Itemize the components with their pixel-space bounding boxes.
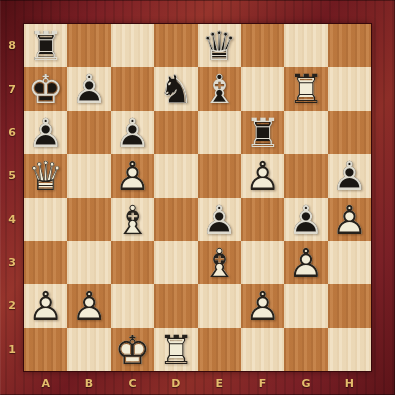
white-pawn-outline: ♙ [111,154,154,197]
piece-white-pawn-g3[interactable]: ♟♙ [284,241,327,284]
piece-black-rook-f6[interactable]: ♜♖ [241,111,284,154]
black-knight-outline: ♘ [154,67,197,110]
white-pawn-silhouette: ♟ [111,154,154,197]
square-e2[interactable] [198,284,241,327]
piece-white-pawn-b2[interactable]: ♟♙ [67,284,110,327]
square-a1[interactable] [24,328,67,371]
square-a3[interactable] [24,241,67,284]
rank-label-2: 2 [0,284,24,327]
piece-white-rook-d1[interactable]: ♜♖ [154,328,197,371]
piece-black-pawn-b7[interactable]: ♟♙ [67,67,110,110]
white-pawn-outline: ♙ [241,154,284,197]
piece-white-bishop-c4[interactable]: ♝♗ [111,198,154,241]
white-pawn-outline: ♙ [67,284,110,327]
file-label-c: C [111,371,154,395]
piece-white-rook-g7[interactable]: ♜♖ [284,67,327,110]
piece-black-pawn-a6[interactable]: ♟♙ [24,111,67,154]
black-rook-silhouette: ♜ [241,111,284,154]
black-queen-silhouette: ♛ [198,24,241,67]
piece-black-queen-e8[interactable]: ♛♕ [198,24,241,67]
square-g8[interactable] [284,24,327,67]
file-label-g: G [284,371,327,395]
rank-label-1: 1 [0,328,24,371]
square-d6[interactable] [154,111,197,154]
white-bishop-silhouette: ♝ [198,241,241,284]
white-pawn-outline: ♙ [284,241,327,284]
rank-label-6: 6 [0,111,24,154]
file-label-d: D [154,371,197,395]
white-pawn-outline: ♙ [241,284,284,327]
square-d5[interactable] [154,154,197,197]
square-d4[interactable] [154,198,197,241]
piece-white-pawn-f2[interactable]: ♟♙ [241,284,284,327]
black-pawn-outline: ♙ [24,111,67,154]
white-rook-outline: ♖ [284,67,327,110]
file-label-h: H [328,371,371,395]
square-f4[interactable] [241,198,284,241]
black-rook-silhouette: ♜ [24,24,67,67]
chess-board: ♜♖♛♕♚♔♟♙♞♘♝♗♜♖♟♙♟♙♜♖♛♕♟♙♟♙♟♙♝♗♟♙♟♙♟♙♝♗♟♙… [24,24,371,371]
square-d2[interactable] [154,284,197,327]
piece-black-knight-d7[interactable]: ♞♘ [154,67,197,110]
white-rook-silhouette: ♜ [284,67,327,110]
square-b5[interactable] [67,154,110,197]
piece-white-king-c1[interactable]: ♚♔ [111,328,154,371]
file-label-f: F [241,371,284,395]
square-f7[interactable] [241,67,284,110]
black-rook-outline: ♖ [241,111,284,154]
square-h8[interactable] [328,24,371,67]
square-h3[interactable] [328,241,371,284]
square-b8[interactable] [67,24,110,67]
piece-white-queen-a5[interactable]: ♛♕ [24,154,67,197]
square-f8[interactable] [241,24,284,67]
black-pawn-outline: ♙ [284,198,327,241]
piece-white-pawn-f5[interactable]: ♟♙ [241,154,284,197]
square-a4[interactable] [24,198,67,241]
square-c3[interactable] [111,241,154,284]
white-pawn-outline: ♙ [24,284,67,327]
black-pawn-silhouette: ♟ [328,154,371,197]
rank-label-7: 7 [0,67,24,110]
piece-white-pawn-a2[interactable]: ♟♙ [24,284,67,327]
white-pawn-outline: ♙ [328,198,371,241]
white-bishop-outline: ♗ [111,198,154,241]
piece-black-pawn-e4[interactable]: ♟♙ [198,198,241,241]
black-rook-outline: ♖ [24,24,67,67]
square-h6[interactable] [328,111,371,154]
white-bishop-silhouette: ♝ [111,198,154,241]
square-h7[interactable] [328,67,371,110]
white-bishop-outline: ♗ [198,241,241,284]
square-g5[interactable] [284,154,327,197]
board-frame: ♜♖♛♕♚♔♟♙♞♘♝♗♜♖♟♙♟♙♜♖♛♕♟♙♟♙♟♙♝♗♟♙♟♙♟♙♝♗♟♙… [0,0,395,395]
black-bishop-outline: ♗ [198,67,241,110]
square-h1[interactable] [328,328,371,371]
file-label-a: A [24,371,67,395]
black-pawn-outline: ♙ [111,111,154,154]
square-c2[interactable] [111,284,154,327]
file-label-b: B [67,371,110,395]
square-g2[interactable] [284,284,327,327]
black-pawn-outline: ♙ [328,154,371,197]
white-queen-silhouette: ♛ [24,154,67,197]
black-pawn-outline: ♙ [198,198,241,241]
black-bishop-silhouette: ♝ [198,67,241,110]
black-queen-outline: ♕ [198,24,241,67]
piece-white-bishop-e3[interactable]: ♝♗ [198,241,241,284]
square-e6[interactable] [198,111,241,154]
piece-black-pawn-h5[interactable]: ♟♙ [328,154,371,197]
piece-black-rook-a8[interactable]: ♜♖ [24,24,67,67]
square-b1[interactable] [67,328,110,371]
black-king-outline: ♔ [24,67,67,110]
square-d3[interactable] [154,241,197,284]
piece-white-pawn-h4[interactable]: ♟♙ [328,198,371,241]
rank-label-4: 4 [0,198,24,241]
square-e1[interactable] [198,328,241,371]
piece-white-pawn-c5[interactable]: ♟♙ [111,154,154,197]
black-pawn-silhouette: ♟ [24,111,67,154]
rank-label-5: 5 [0,154,24,197]
white-king-outline: ♔ [111,328,154,371]
rank-label-8: 8 [0,24,24,67]
piece-black-bishop-e7[interactable]: ♝♗ [198,67,241,110]
white-rook-silhouette: ♜ [154,328,197,371]
black-knight-silhouette: ♞ [154,67,197,110]
white-queen-outline: ♕ [24,154,67,197]
black-pawn-silhouette: ♟ [198,198,241,241]
piece-black-pawn-g4[interactable]: ♟♙ [284,198,327,241]
square-d8[interactable] [154,24,197,67]
file-label-e: E [198,371,241,395]
white-king-silhouette: ♚ [111,328,154,371]
black-pawn-silhouette: ♟ [67,67,110,110]
square-g6[interactable] [284,111,327,154]
square-b6[interactable] [67,111,110,154]
square-e5[interactable] [198,154,241,197]
black-pawn-silhouette: ♟ [284,198,327,241]
black-pawn-outline: ♙ [67,67,110,110]
white-pawn-silhouette: ♟ [67,284,110,327]
square-g1[interactable] [284,328,327,371]
square-f1[interactable] [241,328,284,371]
white-pawn-silhouette: ♟ [328,198,371,241]
square-c7[interactable] [111,67,154,110]
white-pawn-silhouette: ♟ [241,284,284,327]
square-c8[interactable] [111,24,154,67]
square-f3[interactable] [241,241,284,284]
square-b3[interactable] [67,241,110,284]
white-pawn-silhouette: ♟ [241,154,284,197]
piece-black-pawn-c6[interactable]: ♟♙ [111,111,154,154]
black-king-silhouette: ♚ [24,67,67,110]
square-h2[interactable] [328,284,371,327]
white-pawn-silhouette: ♟ [24,284,67,327]
black-pawn-silhouette: ♟ [111,111,154,154]
white-rook-outline: ♖ [154,328,197,371]
square-b4[interactable] [67,198,110,241]
rank-label-3: 3 [0,241,24,284]
piece-black-king-a7[interactable]: ♚♔ [24,67,67,110]
white-pawn-silhouette: ♟ [284,241,327,284]
